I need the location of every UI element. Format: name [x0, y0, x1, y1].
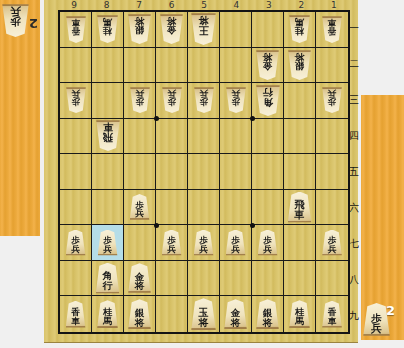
piece-kanji: 兵	[199, 245, 208, 254]
piece-kanji: 車	[71, 317, 80, 326]
square-2-4[interactable]	[284, 119, 316, 155]
col-label-2: 2	[285, 0, 317, 10]
square-7-7[interactable]	[124, 225, 156, 261]
piece-gote-pawn[interactable]: 歩兵	[66, 87, 86, 113]
square-5-8[interactable]	[188, 261, 220, 297]
piece-kanji: 兵	[71, 89, 80, 98]
gote-hand-count: 2	[29, 16, 38, 31]
piece-kanji: 兵	[10, 6, 21, 17]
square-1-8[interactable]	[316, 261, 348, 297]
piece-kanji: 馬	[103, 17, 112, 26]
piece-kanji: 兵	[167, 245, 176, 254]
piece-kanji: 将	[199, 15, 209, 25]
piece-gote-pawn[interactable]: 歩兵	[162, 87, 182, 113]
piece-sente-pawn[interactable]: 歩兵	[66, 230, 86, 256]
board-grid-wrap: 香車桂馬銀将金将王将桂馬香車金将銀将歩兵歩兵歩兵歩兵歩兵角行歩兵飛車歩兵飛車歩兵…	[58, 10, 350, 334]
piece-kanji: 車	[328, 317, 337, 326]
piece-kanji: 馬	[295, 17, 304, 26]
piece-sente-rook[interactable]: 飛車	[288, 192, 312, 223]
piece-gote-gold[interactable]: 金将	[256, 50, 279, 80]
square-2-2[interactable]: 銀将	[284, 48, 316, 84]
square-5-1[interactable]: 王将	[188, 12, 220, 48]
piece-kanji: 兵	[71, 245, 80, 254]
square-7-4[interactable]	[124, 119, 156, 155]
piece-sente-silver[interactable]: 銀将	[256, 299, 279, 329]
piece-gote-pawn[interactable]: 歩兵	[130, 87, 150, 113]
gote-hand-pieces: 歩兵2	[0, 0, 40, 41]
piece-gote-silver[interactable]: 銀将	[288, 50, 311, 80]
square-9-7[interactable]: 歩兵	[60, 225, 92, 261]
piece-kanji: 馬	[103, 317, 112, 326]
piece-sente-pawn[interactable]: 歩兵	[194, 230, 214, 256]
piece-kanji: 桂	[103, 26, 112, 35]
piece-sente-gold[interactable]: 金将	[128, 263, 151, 293]
square-4-5[interactable]	[220, 154, 252, 190]
piece-gote-pawn[interactable]: 歩兵	[194, 87, 214, 113]
square-2-3[interactable]	[284, 83, 316, 119]
square-9-2[interactable]	[60, 48, 92, 84]
piece-gote-rook[interactable]: 飛車	[96, 120, 120, 151]
square-6-2[interactable]	[156, 48, 188, 84]
square-4-2[interactable]	[220, 48, 252, 84]
piece-kanji: 将	[135, 318, 145, 328]
col-label-5: 5	[188, 0, 220, 10]
square-4-8[interactable]	[220, 261, 252, 297]
square-1-7[interactable]: 歩兵	[316, 225, 348, 261]
piece-kanji: 飛	[103, 133, 113, 143]
square-7-6[interactable]: 歩兵	[124, 190, 156, 226]
piece-sente-lance[interactable]: 香車	[66, 301, 86, 328]
piece-gote-pawn[interactable]: 歩兵	[322, 87, 342, 113]
piece-sente-gold[interactable]: 金将	[224, 299, 247, 329]
piece-gote-knight[interactable]: 桂馬	[97, 15, 118, 43]
square-5-2[interactable]	[188, 48, 220, 84]
piece-sente-pawn[interactable]: 歩兵	[258, 230, 278, 256]
piece-kanji: 行	[263, 87, 273, 97]
piece-kanji: 兵	[231, 89, 240, 98]
piece-kanji: 将	[199, 318, 209, 328]
piece-sente-pawn[interactable]: 歩兵	[162, 230, 182, 256]
square-9-5[interactable]	[60, 154, 92, 190]
square-6-1[interactable]: 金将	[156, 12, 188, 48]
square-7-9[interactable]: 銀将	[124, 296, 156, 332]
sente-hand-count: 2	[386, 303, 395, 318]
piece-gote-gold[interactable]: 金将	[160, 14, 183, 44]
piece-kanji: 将	[263, 318, 273, 328]
square-2-5[interactable]	[284, 154, 316, 190]
square-3-5[interactable]	[252, 154, 284, 190]
square-9-4[interactable]	[60, 119, 92, 155]
square-9-9[interactable]: 香車	[60, 296, 92, 332]
square-4-7[interactable]: 歩兵	[220, 225, 252, 261]
square-1-9[interactable]: 香車	[316, 296, 348, 332]
piece-kanji: 兵	[103, 245, 112, 254]
square-7-3[interactable]: 歩兵	[124, 83, 156, 119]
piece-kanji: 歩	[135, 98, 144, 107]
square-6-8[interactable]	[156, 261, 188, 297]
sente-hand-pieces: 歩兵2	[361, 299, 404, 340]
square-2-9[interactable]: 桂馬	[284, 296, 316, 332]
square-9-3[interactable]: 歩兵	[60, 83, 92, 119]
square-4-6[interactable]	[220, 190, 252, 226]
piece-sente-pawn[interactable]: 歩兵	[98, 230, 118, 256]
square-8-7[interactable]: 歩兵	[92, 225, 124, 261]
piece-gote-lance[interactable]: 香車	[66, 16, 86, 43]
col-label-4: 4	[220, 0, 252, 10]
square-5-9[interactable]: 玉将	[188, 296, 220, 332]
piece-gote-silver[interactable]: 銀将	[128, 14, 151, 44]
square-2-8[interactable]	[284, 261, 316, 297]
piece-sente-knight[interactable]: 桂馬	[97, 300, 118, 328]
piece-sente-pawn[interactable]: 歩兵	[130, 194, 150, 220]
piece-gote-knight[interactable]: 桂馬	[289, 15, 310, 43]
square-1-6[interactable]	[316, 190, 348, 226]
square-6-6[interactable]	[156, 190, 188, 226]
piece-kanji: 兵	[328, 245, 337, 254]
square-8-2[interactable]	[92, 48, 124, 84]
piece-kanji: 将	[135, 281, 145, 291]
square-1-3[interactable]: 歩兵	[316, 83, 348, 119]
piece-kanji: 兵	[135, 209, 144, 218]
piece-kanji: 金	[263, 62, 273, 72]
square-3-1[interactable]	[252, 12, 284, 48]
star-point	[154, 223, 159, 228]
piece-kanji: 車	[71, 18, 80, 27]
piece-kanji: 歩	[328, 98, 337, 107]
square-1-2[interactable]	[316, 48, 348, 84]
piece-kanji: 将	[295, 52, 305, 62]
star-point	[250, 116, 255, 121]
piece-kanji: 銀	[295, 62, 305, 72]
square-6-7[interactable]: 歩兵	[156, 225, 188, 261]
square-8-1[interactable]: 桂馬	[92, 12, 124, 48]
piece-sente-lance[interactable]: 香車	[322, 301, 342, 328]
square-9-1[interactable]: 香車	[60, 12, 92, 48]
piece-gote-pawn[interactable]: 歩兵	[226, 87, 246, 113]
piece-gote-pawn[interactable]: 歩兵	[2, 4, 29, 37]
board-grid: 香車桂馬銀将金将王将桂馬香車金将銀将歩兵歩兵歩兵歩兵歩兵角行歩兵飛車歩兵飛車歩兵…	[58, 10, 350, 334]
piece-kanji: 馬	[295, 317, 304, 326]
square-1-1[interactable]: 香車	[316, 12, 348, 48]
star-point	[250, 223, 255, 228]
piece-sente-bishop[interactable]: 角行	[96, 263, 120, 294]
square-4-1[interactable]	[220, 12, 252, 48]
piece-kanji: 将	[231, 318, 241, 328]
piece-kanji: 将	[135, 16, 145, 26]
square-2-6[interactable]: 飛車	[284, 190, 316, 226]
square-4-9[interactable]: 金将	[220, 296, 252, 332]
sente-hand-entry: 歩兵2	[361, 299, 404, 340]
square-5-5[interactable]	[188, 154, 220, 190]
piece-kanji: 兵	[328, 89, 337, 98]
square-1-5[interactable]	[316, 154, 348, 190]
piece-kanji: 王	[199, 25, 209, 35]
square-1-4[interactable]	[316, 119, 348, 155]
piece-kanji: 兵	[263, 245, 272, 254]
piece-kanji: 歩	[231, 98, 240, 107]
piece-kanji: 車	[295, 210, 305, 220]
piece-kanji: 車	[103, 122, 113, 132]
square-8-5[interactable]	[92, 154, 124, 190]
col-label-9: 9	[58, 0, 90, 10]
sente-hand-tray: 歩兵2	[361, 95, 404, 340]
col-label-8: 8	[90, 0, 122, 10]
piece-sente-pawn[interactable]: 歩兵	[226, 230, 246, 256]
square-5-7[interactable]: 歩兵	[188, 225, 220, 261]
square-7-8[interactable]: 金将	[124, 261, 156, 297]
square-6-4[interactable]	[156, 119, 188, 155]
col-label-6: 6	[155, 0, 187, 10]
gote-hand-tray: 歩兵2	[0, 0, 40, 236]
piece-kanji: 兵	[231, 245, 240, 254]
shogi-board: 987654321 一二三四五六七八九 香車桂馬銀将金将王将桂馬香車金将銀将歩兵…	[44, 0, 358, 343]
square-7-1[interactable]: 銀将	[124, 12, 156, 48]
square-4-3[interactable]: 歩兵	[220, 83, 252, 119]
square-3-3[interactable]: 角行	[252, 83, 284, 119]
square-5-4[interactable]	[188, 119, 220, 155]
piece-sente-silver[interactable]: 銀将	[128, 299, 151, 329]
square-2-7[interactable]	[284, 225, 316, 261]
square-3-6[interactable]	[252, 190, 284, 226]
piece-kanji: 香	[328, 26, 337, 35]
square-4-4[interactable]	[220, 119, 252, 155]
piece-kanji: 行	[103, 281, 113, 291]
square-8-6[interactable]	[92, 190, 124, 226]
square-6-3[interactable]: 歩兵	[156, 83, 188, 119]
piece-gote-bishop[interactable]: 角行	[256, 85, 280, 116]
col-label-1: 1	[318, 0, 350, 10]
star-point	[154, 116, 159, 121]
square-7-5[interactable]	[124, 154, 156, 190]
square-8-8[interactable]: 角行	[92, 261, 124, 297]
piece-kanji: 香	[71, 26, 80, 35]
piece-kanji: 兵	[135, 89, 144, 98]
piece-kanji: 金	[167, 26, 177, 36]
square-5-6[interactable]	[188, 190, 220, 226]
piece-kanji: 将	[263, 52, 273, 62]
square-6-5[interactable]	[156, 154, 188, 190]
square-9-8[interactable]	[60, 261, 92, 297]
gote-hand-entry: 歩兵2	[0, 0, 40, 41]
piece-kanji: 桂	[295, 26, 304, 35]
square-3-2[interactable]: 金将	[252, 48, 284, 84]
square-3-9[interactable]: 銀将	[252, 296, 284, 332]
square-8-9[interactable]: 桂馬	[92, 296, 124, 332]
piece-sente-pawn[interactable]: 歩兵	[322, 230, 342, 256]
square-9-6[interactable]	[60, 190, 92, 226]
square-3-7[interactable]: 歩兵	[252, 225, 284, 261]
square-7-2[interactable]	[124, 48, 156, 84]
piece-kanji: 歩	[10, 17, 21, 28]
piece-sente-knight[interactable]: 桂馬	[289, 300, 310, 328]
col-label-7: 7	[123, 0, 155, 10]
square-2-1[interactable]: 桂馬	[284, 12, 316, 48]
column-labels: 987654321	[58, 0, 350, 10]
piece-kanji: 将	[167, 16, 177, 26]
square-8-4[interactable]: 飛車	[92, 119, 124, 155]
piece-gote-lance[interactable]: 香車	[322, 16, 342, 43]
square-8-3[interactable]	[92, 83, 124, 119]
square-5-3[interactable]: 歩兵	[188, 83, 220, 119]
piece-kanji: 歩	[71, 98, 80, 107]
piece-kanji: 兵	[167, 89, 176, 98]
piece-kanji: 角	[263, 97, 273, 107]
square-3-8[interactable]	[252, 261, 284, 297]
piece-gote-king[interactable]: 王将	[191, 13, 216, 45]
piece-kanji: 歩	[199, 98, 208, 107]
col-label-3: 3	[253, 0, 285, 10]
square-3-4[interactable]	[252, 119, 284, 155]
piece-kanji: 兵	[371, 323, 382, 334]
piece-kanji: 銀	[135, 26, 145, 36]
square-6-9[interactable]	[156, 296, 188, 332]
piece-sente-king[interactable]: 玉将	[191, 298, 216, 330]
piece-kanji: 兵	[199, 89, 208, 98]
piece-kanji: 歩	[167, 98, 176, 107]
shogi-app: 歩兵2 987654321 一二三四五六七八九 香車桂馬銀将金将王将桂馬香車金将…	[0, 0, 404, 348]
piece-kanji: 車	[328, 18, 337, 27]
